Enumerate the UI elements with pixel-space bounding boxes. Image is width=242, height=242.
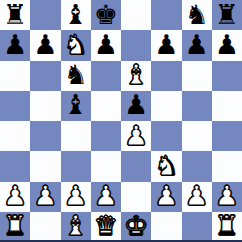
- square-d5[interactable]: [91, 91, 121, 121]
- white-pawn-piece[interactable]: ♟: [185, 182, 209, 209]
- square-b2[interactable]: ♟: [30, 182, 60, 212]
- square-b1[interactable]: [30, 212, 60, 242]
- square-a5[interactable]: [0, 91, 30, 121]
- square-d6[interactable]: [91, 61, 121, 91]
- black-pawn-piece[interactable]: ♟: [3, 31, 27, 58]
- square-a3[interactable]: [0, 151, 30, 181]
- square-e5[interactable]: ♟: [121, 91, 151, 121]
- square-e3[interactable]: [121, 151, 151, 181]
- white-knight-piece[interactable]: ♞: [154, 152, 178, 179]
- square-c4[interactable]: [61, 121, 91, 151]
- square-a6[interactable]: [0, 61, 30, 91]
- square-e7[interactable]: [121, 30, 151, 60]
- white-bishop-piece[interactable]: ♝: [124, 61, 148, 88]
- black-pawn-piece[interactable]: ♟: [185, 31, 209, 58]
- square-a8[interactable]: ♜: [0, 0, 30, 30]
- square-g6[interactable]: [182, 61, 212, 91]
- black-pawn-piece[interactable]: ♟: [215, 31, 239, 58]
- square-h3[interactable]: [212, 151, 242, 181]
- square-h5[interactable]: [212, 91, 242, 121]
- square-f6[interactable]: [151, 61, 181, 91]
- white-bishop-piece[interactable]: ♝: [64, 212, 88, 239]
- black-king-piece[interactable]: ♚: [94, 1, 118, 28]
- square-b3[interactable]: [30, 151, 60, 181]
- square-h6[interactable]: [212, 61, 242, 91]
- square-d1[interactable]: ♛: [91, 212, 121, 242]
- black-knight-piece[interactable]: ♞: [64, 61, 88, 88]
- black-knight-piece[interactable]: ♞: [185, 1, 209, 28]
- square-g8[interactable]: ♞: [182, 0, 212, 30]
- white-pawn-piece[interactable]: ♟: [33, 182, 57, 209]
- white-pawn-piece[interactable]: ♟: [64, 182, 88, 209]
- square-d3[interactable]: [91, 151, 121, 181]
- square-d2[interactable]: ♟: [91, 182, 121, 212]
- square-g3[interactable]: [182, 151, 212, 181]
- black-bishop-piece[interactable]: ♝: [64, 91, 88, 118]
- square-e6[interactable]: ♝: [121, 61, 151, 91]
- square-b4[interactable]: [30, 121, 60, 151]
- square-b6[interactable]: [30, 61, 60, 91]
- chess-board-container: ♜♝♚♞♜♟♟♞♟♟♟♟♞♝♝♟♟♞♟♟♟♟♟♟♟♜♝♛♚♜: [0, 0, 242, 242]
- white-king-piece[interactable]: ♚: [124, 212, 148, 239]
- black-rook-piece[interactable]: ♜: [3, 1, 27, 28]
- square-f5[interactable]: [151, 91, 181, 121]
- black-bishop-piece[interactable]: ♝: [64, 1, 88, 28]
- square-c6[interactable]: ♞: [61, 61, 91, 91]
- white-pawn-piece[interactable]: ♟: [154, 182, 178, 209]
- white-pawn-piece[interactable]: ♟: [124, 122, 148, 149]
- white-rook-piece[interactable]: ♜: [3, 212, 27, 239]
- black-pawn-piece[interactable]: ♟: [33, 31, 57, 58]
- square-f7[interactable]: ♟: [151, 30, 181, 60]
- square-b5[interactable]: [30, 91, 60, 121]
- square-d4[interactable]: [91, 121, 121, 151]
- square-f1[interactable]: [151, 212, 181, 242]
- square-a4[interactable]: [0, 121, 30, 151]
- square-e2[interactable]: [121, 182, 151, 212]
- square-f4[interactable]: [151, 121, 181, 151]
- square-h2[interactable]: ♟: [212, 182, 242, 212]
- square-c1[interactable]: ♝: [61, 212, 91, 242]
- square-c3[interactable]: [61, 151, 91, 181]
- white-rook-piece[interactable]: ♜: [215, 212, 239, 239]
- square-g7[interactable]: ♟: [182, 30, 212, 60]
- chess-board: ♜♝♚♞♜♟♟♞♟♟♟♟♞♝♝♟♟♞♟♟♟♟♟♟♟♜♝♛♚♜: [0, 0, 242, 242]
- square-e8[interactable]: [121, 0, 151, 30]
- square-d7[interactable]: ♟: [91, 30, 121, 60]
- square-f2[interactable]: ♟: [151, 182, 181, 212]
- black-pawn-piece[interactable]: ♟: [124, 91, 148, 118]
- square-d8[interactable]: ♚: [91, 0, 121, 30]
- white-pawn-piece[interactable]: ♟: [94, 182, 118, 209]
- white-pawn-piece[interactable]: ♟: [215, 182, 239, 209]
- square-h7[interactable]: ♟: [212, 30, 242, 60]
- square-g1[interactable]: [182, 212, 212, 242]
- square-e4[interactable]: ♟: [121, 121, 151, 151]
- square-f3[interactable]: ♞: [151, 151, 181, 181]
- square-f8[interactable]: [151, 0, 181, 30]
- square-g5[interactable]: [182, 91, 212, 121]
- black-pawn-piece[interactable]: ♟: [94, 31, 118, 58]
- square-b8[interactable]: [30, 0, 60, 30]
- square-a7[interactable]: ♟: [0, 30, 30, 60]
- black-pawn-piece[interactable]: ♟: [154, 31, 178, 58]
- square-a2[interactable]: ♟: [0, 182, 30, 212]
- square-a1[interactable]: ♜: [0, 212, 30, 242]
- square-g2[interactable]: ♟: [182, 182, 212, 212]
- square-c7[interactable]: ♞: [61, 30, 91, 60]
- square-h1[interactable]: ♜: [212, 212, 242, 242]
- square-c8[interactable]: ♝: [61, 0, 91, 30]
- white-queen-piece[interactable]: ♛: [94, 212, 118, 239]
- square-c2[interactable]: ♟: [61, 182, 91, 212]
- square-e1[interactable]: ♚: [121, 212, 151, 242]
- square-h8[interactable]: ♜: [212, 0, 242, 30]
- square-c5[interactable]: ♝: [61, 91, 91, 121]
- white-knight-piece[interactable]: ♞: [64, 31, 88, 58]
- black-rook-piece[interactable]: ♜: [215, 1, 239, 28]
- square-b7[interactable]: ♟: [30, 30, 60, 60]
- square-g4[interactable]: [182, 121, 212, 151]
- square-h4[interactable]: [212, 121, 242, 151]
- white-pawn-piece[interactable]: ♟: [3, 182, 27, 209]
